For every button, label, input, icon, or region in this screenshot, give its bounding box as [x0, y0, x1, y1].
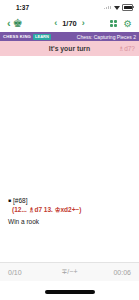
- cellular-signal-icon: [104, 6, 111, 10]
- next-puzzle-button[interactable]: ›: [82, 19, 85, 28]
- variation-text: (12... ♗d7 13. ♔xd2+−): [12, 206, 136, 214]
- course-title: Chess: Capturing Pieces 2: [77, 34, 136, 40]
- bottom-toolbar: 0/10 ∓/−+ 00:06: [0, 262, 139, 281]
- brand-bar: CHESS KING LEARN Chess: Capturing Pieces…: [0, 32, 139, 41]
- turn-banner: It's your turn ♗d7?: [0, 41, 139, 56]
- learn-badge: LEARN: [33, 34, 51, 40]
- turn-text: It's your turn: [49, 45, 90, 52]
- black-to-move-icon: ■: [8, 198, 11, 203]
- puzzle-grid-icon[interactable]: [110, 20, 117, 27]
- puzzle-goal: Win a rook: [8, 218, 136, 225]
- elapsed-timer: 00:06: [113, 269, 131, 276]
- back-button[interactable]: ‹: [7, 18, 11, 29]
- battery-icon: [122, 4, 133, 11]
- prev-puzzle-button[interactable]: ‹: [54, 19, 57, 28]
- status-bar: 1:37: [0, 0, 139, 15]
- score-counter: 0/10: [8, 269, 22, 276]
- app-screen: 1:37 ‹ ♚ ⚙ ‹ 1/70 › CHESS KING LEARN Che…: [0, 0, 139, 300]
- puzzle-counter: 1/70: [62, 19, 77, 28]
- clock-time: 1:37: [16, 4, 29, 11]
- board[interactable]: [0, 56, 139, 195]
- annotation-panel: ■ [#68] (12... ♗d7 13. ♔xd2+−) Win a roo…: [8, 197, 136, 225]
- last-move-label: ♗d7?: [118, 41, 135, 56]
- status-icons: [104, 4, 133, 11]
- brand-logo: CHESS KING: [3, 34, 31, 39]
- settings-gear-icon[interactable]: ⚙: [123, 19, 132, 29]
- app-logo-king-icon[interactable]: ♚: [13, 18, 23, 29]
- wifi-icon: [114, 6, 120, 10]
- puzzle-id: [#68]: [13, 197, 27, 204]
- home-indicator[interactable]: [45, 290, 95, 294]
